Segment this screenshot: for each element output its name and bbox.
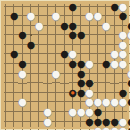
board-point-10-13[interactable] <box>85 126 93 130</box>
white-stone-icon: ● <box>35 21 43 31</box>
board-point-4-8[interactable] <box>35 78 43 88</box>
board-point-15-10[interactable]: ● <box>127 97 130 107</box>
board-point-14-3[interactable]: ● <box>119 30 127 40</box>
white-stone-icon: ● <box>119 117 127 127</box>
white-stone-icon: ● <box>85 11 93 21</box>
board-point-8-0[interactable]: ● <box>69 2 77 12</box>
board-point-4-10[interactable] <box>35 97 43 107</box>
board-point-5-11[interactable]: ● <box>43 107 51 117</box>
white-stone-icon: ● <box>94 11 102 21</box>
board-point-14-13[interactable]: ● <box>119 126 127 130</box>
board-point-0-5[interactable] <box>2 49 10 59</box>
board-point-2-11[interactable] <box>18 107 26 117</box>
board-point-7-11[interactable] <box>60 107 68 117</box>
board-point-5-13[interactable] <box>43 126 51 130</box>
board-point-1-9[interactable] <box>10 88 18 98</box>
board-point-7-0[interactable] <box>60 2 68 12</box>
board-point-3-5[interactable] <box>27 49 35 59</box>
board-point-12-8[interactable] <box>102 78 110 88</box>
board-point-9-8[interactable]: ● <box>77 78 85 88</box>
white-stone-icon: ● <box>85 59 93 69</box>
black-stone-icon: ● <box>102 117 110 127</box>
board-point-3-11[interactable] <box>27 107 35 117</box>
board-point-6-2[interactable] <box>52 21 60 31</box>
board-point-1-12[interactable] <box>10 117 18 127</box>
board-point-13-12[interactable]: ● <box>110 117 118 127</box>
board-point-11-10[interactable]: ● <box>94 97 102 107</box>
white-stone-icon: ● <box>110 49 118 59</box>
board-point-15-2[interactable]: ● <box>127 21 130 31</box>
board-point-14-1[interactable]: ● <box>119 11 127 21</box>
board-point-3-9[interactable] <box>27 88 35 98</box>
board-point-13-1[interactable] <box>110 11 118 21</box>
board-point-2-5[interactable] <box>18 49 26 59</box>
black-stone-icon: ● <box>119 88 127 98</box>
board-point-5-6[interactable] <box>43 59 51 69</box>
board-point-4-5[interactable] <box>35 49 43 59</box>
board-point-2-2[interactable] <box>18 21 26 31</box>
board-point-9-13[interactable] <box>77 126 85 130</box>
white-stone-icon: ● <box>69 49 77 59</box>
board-point-4-4[interactable] <box>35 40 43 50</box>
board-point-7-1[interactable] <box>60 11 68 21</box>
board-point-9-12[interactable] <box>77 117 85 127</box>
board-point-12-0[interactable] <box>102 2 110 12</box>
board-point-6-11[interactable] <box>52 107 60 117</box>
board-point-5-2[interactable] <box>43 21 51 31</box>
board-point-3-2[interactable] <box>27 21 35 31</box>
black-stone-icon: ● <box>60 21 68 31</box>
board-point-0-11[interactable] <box>2 107 10 117</box>
white-stone-icon: ● <box>110 59 118 69</box>
board-point-12-2[interactable]: ● <box>102 21 110 31</box>
board-point-15-7[interactable]: ● <box>127 69 130 79</box>
board-point-15-4[interactable] <box>127 40 130 50</box>
board-point-14-8[interactable] <box>119 78 127 88</box>
white-stone-icon: ● <box>69 107 77 117</box>
board-point-13-4[interactable] <box>110 40 118 50</box>
board-point-15-6[interactable] <box>127 59 130 69</box>
board-point-3-13[interactable] <box>27 126 35 130</box>
black-stone-icon: ● <box>77 30 85 40</box>
white-stone-icon: ● <box>119 40 127 50</box>
board-point-7-6[interactable] <box>60 59 68 69</box>
board-point-13-0[interactable]: ● <box>110 2 118 12</box>
white-stone-icon: ● <box>102 21 110 31</box>
board-point-12-4[interactable] <box>102 40 110 50</box>
white-stone-icon: ● <box>27 11 35 21</box>
white-stone-icon: ● <box>102 97 110 107</box>
board-point-8-9[interactable]: ●● <box>69 88 77 98</box>
board-point-7-12[interactable] <box>60 117 68 127</box>
board-point-6-5[interactable] <box>52 49 60 59</box>
board-point-14-5[interactable]: ● <box>119 49 127 59</box>
board-point-7-13[interactable] <box>60 126 68 130</box>
board-point-11-4[interactable] <box>94 40 102 50</box>
white-stone-icon: ● <box>85 107 93 117</box>
board-point-15-9[interactable] <box>127 88 130 98</box>
board-point-5-9[interactable] <box>43 88 51 98</box>
board-point-12-5[interactable] <box>102 49 110 59</box>
board-point-0-4[interactable] <box>2 40 10 50</box>
black-stone-icon: ● <box>127 117 130 127</box>
board-point-0-0[interactable] <box>2 2 10 12</box>
board-point-9-2[interactable] <box>77 21 85 31</box>
board-point-2-0[interactable] <box>18 2 26 12</box>
white-stone-icon: ● <box>94 126 102 130</box>
board-point-13-13[interactable]: ● <box>110 126 118 130</box>
board-point-6-8[interactable] <box>52 78 60 88</box>
board-point-0-1[interactable] <box>2 11 10 21</box>
white-stone-icon: ● <box>43 107 51 117</box>
board-point-12-7[interactable] <box>102 69 110 79</box>
black-stone-icon: ● <box>77 78 85 88</box>
board-point-14-2[interactable] <box>119 21 127 31</box>
board-point-11-8[interactable] <box>94 78 102 88</box>
board-point-1-4[interactable] <box>10 40 18 50</box>
board-point-5-8[interactable] <box>43 78 51 88</box>
board-point-0-2[interactable] <box>2 21 10 31</box>
board-point-3-12[interactable] <box>27 117 35 127</box>
board-point-0-12[interactable] <box>2 117 10 127</box>
black-stone-icon: ● <box>110 117 118 127</box>
board-point-11-9[interactable] <box>94 88 102 98</box>
board-point-9-10[interactable] <box>77 97 85 107</box>
board-point-8-13[interactable] <box>69 126 77 130</box>
board-point-3-7[interactable] <box>27 69 35 79</box>
board-point-9-6[interactable]: ● <box>77 59 85 69</box>
board-point-9-11[interactable]: ● <box>77 107 85 117</box>
white-stone-icon: ● <box>52 69 60 79</box>
black-stone-icon: ● <box>18 30 26 40</box>
board-point-4-0[interactable] <box>35 2 43 12</box>
white-stone-icon: ● <box>119 30 127 40</box>
board-point-1-2[interactable] <box>10 21 18 31</box>
board-point-10-12[interactable]: ● <box>85 117 93 127</box>
board-point-5-4[interactable] <box>43 40 51 50</box>
board-point-3-6[interactable] <box>27 59 35 69</box>
board-point-15-12[interactable]: ● <box>127 117 130 127</box>
white-stone-icon: ● <box>119 49 127 59</box>
board-point-0-6[interactable] <box>2 59 10 69</box>
board-point-7-10[interactable] <box>60 97 68 107</box>
black-stone-icon: ● <box>77 88 85 98</box>
board-point-7-3[interactable] <box>60 30 68 40</box>
board-point-2-13[interactable] <box>18 126 26 130</box>
board-point-7-9[interactable] <box>60 88 68 98</box>
board-point-5-12[interactable]: ● <box>43 117 51 127</box>
board-point-5-5[interactable] <box>43 49 51 59</box>
board-point-10-1[interactable]: ● <box>85 11 93 21</box>
white-stone-icon: ● <box>110 126 118 130</box>
board-point-2-8[interactable] <box>18 78 26 88</box>
board-point-11-1[interactable]: ● <box>94 11 102 21</box>
board-point-10-0[interactable] <box>85 2 93 12</box>
board-point-9-1[interactable] <box>77 11 85 21</box>
board-point-8-3[interactable]: ● <box>69 30 77 40</box>
board-point-6-6[interactable] <box>52 59 60 69</box>
board-point-6-4[interactable] <box>52 40 60 50</box>
board-point-8-7[interactable] <box>69 69 77 79</box>
board-point-8-11[interactable]: ● <box>69 107 77 117</box>
board-point-5-3[interactable] <box>43 30 51 40</box>
black-stone-icon: ● <box>60 49 68 59</box>
board-point-10-2[interactable] <box>85 21 93 31</box>
board-point-4-6[interactable] <box>35 59 43 69</box>
black-stone-icon: ● <box>127 78 130 88</box>
board-point-1-11[interactable] <box>10 107 18 117</box>
board-point-1-1[interactable]: ● <box>10 11 18 21</box>
board-point-0-9[interactable] <box>2 88 10 98</box>
black-stone-icon: ● <box>127 126 130 130</box>
board-point-11-5[interactable] <box>94 49 102 59</box>
board-point-0-3[interactable] <box>2 30 10 40</box>
board-point-7-4[interactable] <box>60 40 68 50</box>
board-point-1-10[interactable] <box>10 97 18 107</box>
board-point-13-10[interactable]: ● <box>110 97 118 107</box>
white-stone-icon: ● <box>119 97 127 107</box>
board-point-13-3[interactable] <box>110 30 118 40</box>
last-move-marker-icon: ● <box>71 91 75 95</box>
board-point-10-3[interactable] <box>85 30 93 40</box>
board-point-2-10[interactable]: ● <box>18 97 26 107</box>
board-point-6-12[interactable] <box>52 117 60 127</box>
board-point-15-5[interactable] <box>127 49 130 59</box>
board-point-4-9[interactable] <box>35 88 43 98</box>
white-stone-icon: ● <box>85 97 93 107</box>
black-stone-icon: ● <box>69 30 77 40</box>
black-stone-icon: ● <box>77 69 85 79</box>
black-stone-icon: ● <box>27 40 35 50</box>
board-point-8-6[interactable]: ● <box>69 59 77 69</box>
board-point-2-6[interactable]: ● <box>18 59 26 69</box>
board-point-1-3[interactable] <box>10 30 18 40</box>
board-point-6-0[interactable] <box>52 2 60 12</box>
white-stone-icon: ● <box>110 97 118 107</box>
board-point-14-10[interactable]: ● <box>119 97 127 107</box>
board-point-13-11[interactable] <box>110 107 118 117</box>
board-point-11-11[interactable]: ● <box>94 107 102 117</box>
board-point-1-6[interactable] <box>10 59 18 69</box>
black-stone-icon: ● <box>127 97 130 107</box>
black-stone-icon: ● <box>119 11 127 21</box>
board-point-14-9[interactable]: ● <box>119 88 127 98</box>
black-stone-icon: ● <box>69 2 77 12</box>
board-point-10-4[interactable] <box>85 40 93 50</box>
white-stone-icon: ● <box>18 97 26 107</box>
board-point-10-9[interactable]: ● <box>85 88 93 98</box>
black-stone-icon: ● <box>10 49 18 59</box>
white-stone-icon: ● <box>94 97 102 107</box>
black-stone-icon: ● <box>10 11 18 21</box>
board-point-2-4[interactable] <box>18 40 26 50</box>
board-point-8-2[interactable]: ● <box>69 21 77 31</box>
board-point-15-1[interactable] <box>127 11 130 21</box>
board-point-8-4[interactable] <box>69 40 77 50</box>
board-point-10-11[interactable]: ● <box>85 107 93 117</box>
board-point-0-7[interactable] <box>2 69 10 79</box>
board-point-3-4[interactable]: ● <box>27 40 35 50</box>
black-stone-icon: ● <box>102 59 110 69</box>
board-point-9-9[interactable]: ● <box>77 88 85 98</box>
board-point-12-1[interactable] <box>102 11 110 21</box>
board-point-8-1[interactable] <box>69 11 77 21</box>
board-point-10-7[interactable] <box>85 69 93 79</box>
board-point-8-5[interactable]: ● <box>69 49 77 59</box>
board-point-15-8[interactable]: ● <box>127 78 130 88</box>
board-point-12-12[interactable]: ● <box>102 117 110 127</box>
board-point-11-6[interactable] <box>94 59 102 69</box>
board-point-2-9[interactable] <box>18 88 26 98</box>
board-point-4-13[interactable] <box>35 126 43 130</box>
board-point-7-7[interactable] <box>60 69 68 79</box>
board-point-11-7[interactable] <box>94 69 102 79</box>
board-point-12-13[interactable]: ● <box>102 126 110 130</box>
board-point-6-9[interactable] <box>52 88 60 98</box>
board-point-9-4[interactable] <box>77 40 85 50</box>
board-point-11-13[interactable]: ● <box>94 126 102 130</box>
black-stone-icon: ● <box>85 117 93 127</box>
board-point-5-7[interactable] <box>43 69 51 79</box>
board-point-14-12[interactable]: ● <box>119 117 127 127</box>
board-point-0-8[interactable] <box>2 78 10 88</box>
board-point-0-13[interactable] <box>2 126 10 130</box>
black-stone-icon: ● <box>94 107 102 117</box>
board-point-1-0[interactable] <box>10 2 18 12</box>
board-point-1-7[interactable] <box>10 69 18 79</box>
board-point-13-8[interactable] <box>110 78 118 88</box>
black-stone-icon: ● <box>69 59 77 69</box>
board-point-14-7[interactable] <box>119 69 127 79</box>
board-point-12-9[interactable] <box>102 88 110 98</box>
board-point-3-1[interactable]: ● <box>27 11 35 21</box>
board-point-6-3[interactable] <box>52 30 60 40</box>
board-point-4-7[interactable] <box>35 69 43 79</box>
white-stone-icon: ● <box>119 59 127 69</box>
board-point-3-10[interactable] <box>27 97 35 107</box>
black-stone-icon: ● <box>85 78 93 88</box>
board-point-14-4[interactable]: ● <box>119 40 127 50</box>
board-point-6-7[interactable]: ● <box>52 69 60 79</box>
board-point-13-7[interactable] <box>110 69 118 79</box>
black-stone-icon: ● <box>94 117 102 127</box>
board-point-8-10[interactable] <box>69 97 77 107</box>
board-point-2-12[interactable] <box>18 117 26 127</box>
board-point-10-8[interactable]: ● <box>85 78 93 88</box>
board-point-5-1[interactable] <box>43 11 51 21</box>
white-stone-icon: ● <box>119 2 127 12</box>
white-stone-icon: ● <box>127 69 130 79</box>
white-stone-icon: ● <box>85 88 93 98</box>
board-point-6-1[interactable]: ● <box>52 11 60 21</box>
black-stone-icon: ● <box>127 21 130 31</box>
board-point-15-11[interactable] <box>127 107 130 117</box>
board-point-4-2[interactable]: ● <box>35 21 43 31</box>
board-point-14-0[interactable]: ● <box>119 2 127 12</box>
board-point-13-6[interactable]: ● <box>110 59 118 69</box>
board-point-10-5[interactable] <box>85 49 93 59</box>
board-point-11-0[interactable] <box>94 2 102 12</box>
white-stone-icon: ● <box>119 126 127 130</box>
white-stone-icon: ● <box>43 117 51 127</box>
white-stone-icon: ● <box>77 107 85 117</box>
board-point-15-0[interactable] <box>127 2 130 12</box>
board-point-10-6[interactable]: ● <box>85 59 93 69</box>
board-point-7-2[interactable]: ● <box>60 21 68 31</box>
board-point-4-12[interactable] <box>35 117 43 127</box>
board-point-11-2[interactable] <box>94 21 102 31</box>
white-stone-icon: ● <box>52 11 60 21</box>
board-point-8-8[interactable] <box>69 78 77 88</box>
board-point-11-12[interactable]: ● <box>94 117 102 127</box>
go-board-grid: ●●●●●●●●●●●●●●●●●●●●●●●●●●●●●●●●●●●●●●●●… <box>2 2 129 129</box>
board-point-0-10[interactable] <box>2 97 10 107</box>
board-point-4-3[interactable] <box>35 30 43 40</box>
board-point-10-10[interactable]: ● <box>85 97 93 107</box>
board-point-1-13[interactable] <box>10 126 18 130</box>
board-point-5-0[interactable] <box>43 2 51 12</box>
black-stone-icon: ● <box>69 88 77 98</box>
board-point-12-10[interactable]: ● <box>102 97 110 107</box>
black-stone-icon: ● <box>110 2 118 12</box>
board-point-9-0[interactable] <box>77 2 85 12</box>
board-point-9-3[interactable]: ● <box>77 30 85 40</box>
board-point-3-8[interactable] <box>27 78 35 88</box>
white-stone-icon: ● <box>18 69 26 79</box>
board-point-2-1[interactable] <box>18 11 26 21</box>
black-stone-icon: ● <box>77 59 85 69</box>
board-point-15-3[interactable]: ● <box>127 30 130 40</box>
black-stone-icon: ● <box>18 59 26 69</box>
board-point-3-0[interactable] <box>27 2 35 12</box>
board-point-14-6[interactable]: ● <box>119 59 127 69</box>
board-point-5-10[interactable] <box>43 97 51 107</box>
board-point-13-5[interactable]: ● <box>110 49 118 59</box>
board-point-12-3[interactable] <box>102 30 110 40</box>
board-point-15-13[interactable]: ● <box>127 126 130 130</box>
board-point-1-5[interactable]: ● <box>10 49 18 59</box>
board-point-9-7[interactable]: ● <box>77 69 85 79</box>
board-point-2-3[interactable]: ● <box>18 30 26 40</box>
board-point-14-11[interactable] <box>119 107 127 117</box>
board-point-7-8[interactable] <box>60 78 68 88</box>
board-point-4-1[interactable] <box>35 11 43 21</box>
board-point-11-3[interactable] <box>94 30 102 40</box>
white-stone-icon: ● <box>127 30 130 40</box>
board-point-1-8[interactable] <box>10 78 18 88</box>
board-point-12-6[interactable]: ● <box>102 59 110 69</box>
board-point-9-5[interactable] <box>77 49 85 59</box>
board-point-2-7[interactable]: ● <box>18 69 26 79</box>
white-stone-icon: ● <box>102 126 110 130</box>
board-point-13-2[interactable] <box>110 21 118 31</box>
board-point-13-9[interactable] <box>110 88 118 98</box>
board-point-12-11[interactable] <box>102 107 110 117</box>
board-point-6-13[interactable] <box>52 126 60 130</box>
board-point-4-11[interactable] <box>35 107 43 117</box>
board-point-8-12[interactable] <box>69 117 77 127</box>
go-app-canvas: ●●●●●●●●●●●●●●●●●●●●●●●●●●●●●●●●●●●●●●●●… <box>0 0 130 130</box>
black-stone-icon: ● <box>69 21 77 31</box>
board-point-6-10[interactable] <box>52 97 60 107</box>
board-point-3-3[interactable] <box>27 30 35 40</box>
board-point-7-5[interactable]: ● <box>60 49 68 59</box>
